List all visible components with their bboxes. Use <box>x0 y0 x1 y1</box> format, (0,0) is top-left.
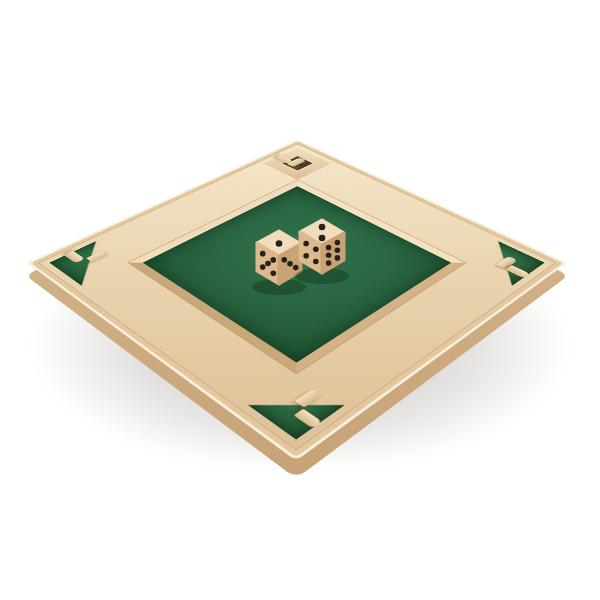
die-pip <box>270 257 276 263</box>
die-1[interactable] <box>252 231 306 295</box>
tile-number: 8 <box>445 295 464 314</box>
die-pip <box>270 271 276 277</box>
die-pip <box>313 259 319 265</box>
dice[interactable] <box>233 205 363 315</box>
die-pip <box>303 241 309 247</box>
die-pip <box>303 253 309 259</box>
die-pip <box>335 255 341 261</box>
die-pip <box>319 235 326 242</box>
die-pip <box>260 264 266 270</box>
die-pip <box>319 224 326 231</box>
die-pip <box>260 251 266 257</box>
die-pip <box>281 257 287 263</box>
die-pip <box>335 240 341 246</box>
die-pip <box>265 261 271 267</box>
die-pip <box>335 247 341 253</box>
die-pip <box>326 245 332 251</box>
die-pip <box>326 252 332 258</box>
die-2[interactable] <box>295 220 349 284</box>
die-pip <box>313 246 319 252</box>
die-pip <box>287 261 293 267</box>
die-pip <box>276 240 283 247</box>
die-pip <box>293 265 299 271</box>
die-pip <box>326 260 332 266</box>
